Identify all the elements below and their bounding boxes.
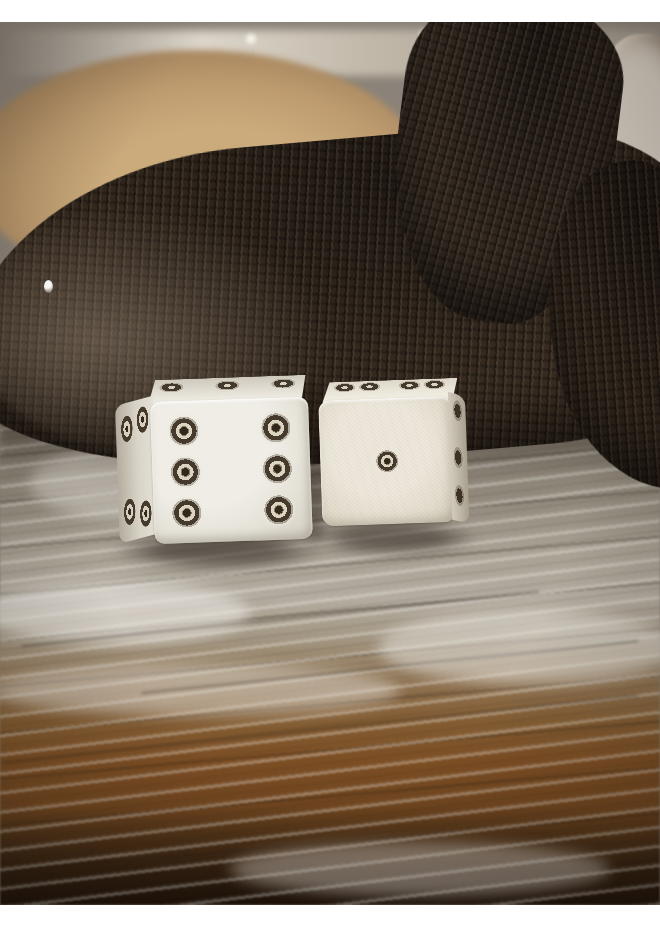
pip <box>373 447 402 476</box>
water-droplet-highlight <box>44 280 53 293</box>
left-die <box>113 369 315 552</box>
pip <box>257 409 295 447</box>
pip <box>158 381 185 393</box>
pip <box>258 450 296 488</box>
pip <box>333 383 357 394</box>
right-die-front-face <box>318 396 456 527</box>
scene <box>0 22 660 905</box>
pip <box>214 379 241 391</box>
whitewash-patch <box>378 610 660 684</box>
left-die-front-face <box>150 397 313 544</box>
pip <box>357 382 381 393</box>
whitewash-patch <box>230 842 610 896</box>
right-die <box>315 375 470 534</box>
pip <box>166 453 204 491</box>
pip <box>451 396 463 425</box>
pip <box>259 491 297 529</box>
pip <box>135 400 151 438</box>
bokeh-highlight <box>246 34 256 44</box>
pip <box>119 410 135 448</box>
pip <box>452 443 464 472</box>
pip <box>270 377 297 389</box>
pip <box>168 494 206 532</box>
pip <box>398 380 422 391</box>
pip <box>122 493 138 531</box>
pip <box>165 412 203 450</box>
pip <box>422 379 446 390</box>
pip <box>453 482 465 511</box>
right-die-right-face <box>448 392 470 524</box>
pip <box>138 494 154 532</box>
photo-frame <box>0 0 660 930</box>
